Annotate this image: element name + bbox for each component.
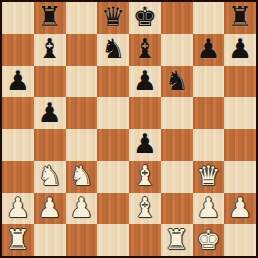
- square-g3[interactable]: ♛: [193, 161, 225, 193]
- black-pawn-piece[interactable]: ♟: [133, 67, 157, 94]
- black-pawn-piece[interactable]: ♟: [196, 35, 220, 62]
- square-b2[interactable]: ♟: [34, 193, 66, 225]
- chess-board: ♜♛♚♜♝♞♝♟♟♟♟♞♟♟♞♞♝♛♟♟♟♝♟♟♜♜♚: [2, 2, 256, 256]
- square-c4[interactable]: [66, 129, 98, 161]
- black-pawn-piece[interactable]: ♟: [228, 35, 252, 62]
- square-f5[interactable]: [161, 97, 193, 129]
- black-knight-piece[interactable]: ♞: [101, 35, 125, 62]
- square-f3[interactable]: [161, 161, 193, 193]
- square-d6[interactable]: [97, 66, 129, 98]
- square-c1[interactable]: [66, 224, 98, 256]
- black-pawn-piece[interactable]: ♟: [38, 99, 62, 126]
- square-a2[interactable]: ♟: [2, 193, 34, 225]
- black-queen-piece[interactable]: ♛: [101, 3, 125, 30]
- white-pawn-piece[interactable]: ♟: [228, 194, 252, 221]
- square-g2[interactable]: ♟: [193, 193, 225, 225]
- square-e2[interactable]: ♝: [129, 193, 161, 225]
- square-c2[interactable]: ♟: [66, 193, 98, 225]
- square-d5[interactable]: [97, 97, 129, 129]
- black-rook-piece[interactable]: ♜: [228, 3, 252, 30]
- square-d4[interactable]: [97, 129, 129, 161]
- square-f6[interactable]: ♞: [161, 66, 193, 98]
- square-b5[interactable]: ♟: [34, 97, 66, 129]
- square-b3[interactable]: ♞: [34, 161, 66, 193]
- square-b6[interactable]: [34, 66, 66, 98]
- white-rook-piece[interactable]: ♜: [6, 226, 30, 253]
- square-f2[interactable]: [161, 193, 193, 225]
- white-rook-piece[interactable]: ♜: [165, 226, 189, 253]
- white-pawn-piece[interactable]: ♟: [69, 194, 93, 221]
- white-pawn-piece[interactable]: ♟: [38, 194, 62, 221]
- black-pawn-piece[interactable]: ♟: [6, 67, 30, 94]
- square-d2[interactable]: [97, 193, 129, 225]
- square-f4[interactable]: [161, 129, 193, 161]
- black-bishop-piece[interactable]: ♝: [133, 35, 157, 62]
- square-h3[interactable]: [224, 161, 256, 193]
- square-h7[interactable]: ♟: [224, 34, 256, 66]
- black-knight-piece[interactable]: ♞: [165, 67, 189, 94]
- square-e5[interactable]: [129, 97, 161, 129]
- black-king-piece[interactable]: ♚: [133, 3, 157, 30]
- square-h6[interactable]: [224, 66, 256, 98]
- square-f1[interactable]: ♜: [161, 224, 193, 256]
- white-knight-piece[interactable]: ♞: [38, 162, 62, 189]
- square-a6[interactable]: ♟: [2, 66, 34, 98]
- square-c7[interactable]: [66, 34, 98, 66]
- square-e8[interactable]: ♚: [129, 2, 161, 34]
- square-a4[interactable]: [2, 129, 34, 161]
- chess-board-frame: ♜♛♚♜♝♞♝♟♟♟♟♞♟♟♞♞♝♛♟♟♟♝♟♟♜♜♚: [0, 0, 258, 258]
- square-b1[interactable]: [34, 224, 66, 256]
- square-g4[interactable]: [193, 129, 225, 161]
- square-a5[interactable]: [2, 97, 34, 129]
- square-a8[interactable]: [2, 2, 34, 34]
- square-f8[interactable]: [161, 2, 193, 34]
- square-b7[interactable]: ♝: [34, 34, 66, 66]
- square-d3[interactable]: [97, 161, 129, 193]
- square-d7[interactable]: ♞: [97, 34, 129, 66]
- square-f7[interactable]: [161, 34, 193, 66]
- black-pawn-piece[interactable]: ♟: [133, 130, 157, 157]
- white-knight-piece[interactable]: ♞: [69, 162, 93, 189]
- square-e7[interactable]: ♝: [129, 34, 161, 66]
- square-h5[interactable]: [224, 97, 256, 129]
- square-a1[interactable]: ♜: [2, 224, 34, 256]
- square-g6[interactable]: [193, 66, 225, 98]
- square-e4[interactable]: ♟: [129, 129, 161, 161]
- white-bishop-piece[interactable]: ♝: [133, 194, 157, 221]
- square-c3[interactable]: ♞: [66, 161, 98, 193]
- square-e1[interactable]: [129, 224, 161, 256]
- square-c6[interactable]: [66, 66, 98, 98]
- square-b4[interactable]: [34, 129, 66, 161]
- square-c5[interactable]: [66, 97, 98, 129]
- black-bishop-piece[interactable]: ♝: [38, 35, 62, 62]
- square-h8[interactable]: ♜: [224, 2, 256, 34]
- square-e6[interactable]: ♟: [129, 66, 161, 98]
- black-rook-piece[interactable]: ♜: [38, 3, 62, 30]
- square-g1[interactable]: ♚: [193, 224, 225, 256]
- square-a3[interactable]: [2, 161, 34, 193]
- white-king-piece[interactable]: ♚: [196, 226, 220, 253]
- square-c8[interactable]: [66, 2, 98, 34]
- square-g8[interactable]: [193, 2, 225, 34]
- white-queen-piece[interactable]: ♛: [196, 162, 220, 189]
- white-bishop-piece[interactable]: ♝: [133, 162, 157, 189]
- square-g7[interactable]: ♟: [193, 34, 225, 66]
- square-a7[interactable]: [2, 34, 34, 66]
- square-h2[interactable]: ♟: [224, 193, 256, 225]
- square-g5[interactable]: [193, 97, 225, 129]
- square-h1[interactable]: [224, 224, 256, 256]
- square-d1[interactable]: [97, 224, 129, 256]
- square-b8[interactable]: ♜: [34, 2, 66, 34]
- square-h4[interactable]: [224, 129, 256, 161]
- square-d8[interactable]: ♛: [97, 2, 129, 34]
- white-pawn-piece[interactable]: ♟: [6, 194, 30, 221]
- white-pawn-piece[interactable]: ♟: [196, 194, 220, 221]
- square-e3[interactable]: ♝: [129, 161, 161, 193]
